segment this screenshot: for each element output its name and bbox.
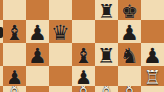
chess-board: ♜♚♝♟♛♟♟♝♜♞♟♟♟♖♙♙♙♙ bbox=[0, 0, 164, 92]
piece-black-queen[interactable]: ♛ bbox=[51, 23, 70, 44]
piece-black-pawn[interactable]: ♟ bbox=[28, 23, 47, 44]
square-f3[interactable]: ♙ bbox=[95, 86, 118, 92]
square-f5[interactable]: ♜ bbox=[95, 43, 118, 66]
piece-white-rook[interactable]: ♖ bbox=[144, 68, 161, 87]
piece-black-king[interactable]: ♚ bbox=[121, 2, 138, 21]
square-h3[interactable] bbox=[141, 86, 164, 92]
square-h7[interactable] bbox=[141, 0, 164, 20]
piece-white-piece-top[interactable]: ♙ bbox=[97, 86, 116, 92]
piece-black-bishop[interactable]: ♝ bbox=[74, 46, 93, 67]
square-d5[interactable] bbox=[49, 43, 72, 66]
square-f6[interactable] bbox=[95, 20, 118, 43]
piece-black-rook[interactable]: ♜ bbox=[98, 2, 115, 21]
square-d4[interactable] bbox=[49, 66, 72, 86]
square-h6[interactable] bbox=[141, 20, 164, 43]
square-g7[interactable]: ♚ bbox=[118, 0, 141, 20]
square-e3[interactable]: ♙ bbox=[72, 86, 95, 92]
screenshot-stage: ♜♚♝♟♛♟♟♝♜♞♟♟♟♖♙♙♙♙ bbox=[0, 0, 164, 92]
piece-black-bishop[interactable]: ♝ bbox=[5, 23, 24, 44]
piece-black-pawn[interactable]: ♟ bbox=[6, 68, 23, 87]
piece-black-pawn[interactable]: ♟ bbox=[75, 68, 92, 87]
square-h4[interactable]: ♖ bbox=[141, 66, 164, 86]
square-f7[interactable]: ♜ bbox=[95, 0, 118, 20]
piece-black-rook[interactable]: ♜ bbox=[97, 46, 116, 67]
piece-white-piece-top[interactable]: ♙ bbox=[74, 86, 93, 92]
square-c5[interactable]: ♟ bbox=[26, 43, 49, 66]
square-c6[interactable]: ♟ bbox=[26, 20, 49, 43]
square-g3[interactable]: ♙ bbox=[118, 86, 141, 92]
square-c4[interactable] bbox=[26, 66, 49, 86]
square-b3[interactable]: ♙ bbox=[3, 86, 26, 92]
square-g4[interactable] bbox=[118, 66, 141, 86]
square-b6[interactable]: ♝ bbox=[3, 20, 26, 43]
piece-black-pawn[interactable]: ♟ bbox=[120, 23, 139, 44]
square-f4[interactable] bbox=[95, 66, 118, 86]
square-g5[interactable]: ♞ bbox=[118, 43, 141, 66]
square-d6[interactable]: ♛ bbox=[49, 20, 72, 43]
piece-white-piece-top[interactable]: ♙ bbox=[5, 86, 24, 92]
square-e7[interactable] bbox=[72, 0, 95, 20]
square-g6[interactable]: ♟ bbox=[118, 20, 141, 43]
square-e6[interactable] bbox=[72, 20, 95, 43]
square-b5[interactable] bbox=[3, 43, 26, 66]
square-e4[interactable]: ♟ bbox=[72, 66, 95, 86]
piece-black-knight[interactable]: ♞ bbox=[120, 46, 139, 67]
square-c3[interactable] bbox=[26, 86, 49, 92]
piece-black-pawn[interactable]: ♟ bbox=[143, 46, 162, 67]
square-c7[interactable] bbox=[26, 0, 49, 20]
piece-white-piece-top[interactable]: ♙ bbox=[120, 86, 139, 92]
square-d3[interactable] bbox=[49, 86, 72, 92]
square-b4[interactable]: ♟ bbox=[3, 66, 26, 86]
piece-black-pawn[interactable]: ♟ bbox=[28, 46, 47, 67]
square-b7[interactable] bbox=[3, 0, 26, 20]
square-h5[interactable]: ♟ bbox=[141, 43, 164, 66]
square-e5[interactable]: ♝ bbox=[72, 43, 95, 66]
square-d7[interactable] bbox=[49, 0, 72, 20]
